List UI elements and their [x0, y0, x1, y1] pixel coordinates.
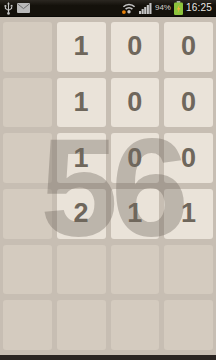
cell-value: 0 [127, 33, 142, 60]
wifi-icon [122, 2, 136, 14]
cell-r2c0[interactable] [3, 133, 52, 183]
cell-r1c1[interactable]: 1 [57, 78, 106, 128]
cell-r1c3[interactable]: 0 [164, 78, 213, 128]
cell-r5c3[interactable] [164, 300, 213, 350]
cell-r2c2[interactable]: 0 [111, 133, 160, 183]
bottom-bar [0, 355, 216, 360]
game-board: 1 0 0 1 0 0 1 0 0 2 1 1 56 [0, 17, 216, 355]
cell-r2c1[interactable]: 1 [57, 133, 106, 183]
cell-r0c3[interactable]: 0 [164, 22, 213, 72]
cell-value: 0 [181, 89, 196, 116]
usb-icon [4, 2, 13, 15]
cell-value: 0 [127, 145, 142, 172]
email-icon [17, 3, 30, 13]
cell-value: 0 [181, 33, 196, 60]
cell-value: 0 [181, 145, 196, 172]
cell-value: 1 [74, 145, 89, 172]
cell-r5c2[interactable] [111, 300, 160, 350]
cell-r4c0[interactable] [3, 245, 52, 295]
status-system-icons: 94% 16:25 [122, 1, 212, 15]
cell-r1c2[interactable]: 0 [111, 78, 160, 128]
cell-value: 1 [181, 200, 196, 227]
cell-r4c2[interactable] [111, 245, 160, 295]
status-notification-icons [4, 2, 30, 15]
signal-strength-icon [139, 2, 152, 14]
battery-charging-icon [174, 1, 183, 15]
cell-r2c3[interactable]: 0 [164, 133, 213, 183]
clock: 16:25 [186, 3, 212, 13]
phone-screen: 94% 16:25 1 0 0 1 0 0 1 0 0 2 1 1 [0, 0, 216, 360]
cell-r3c0[interactable] [3, 189, 52, 239]
cell-r0c1[interactable]: 1 [57, 22, 106, 72]
cell-value: 2 [74, 200, 89, 227]
battery-percent: 94% [155, 4, 171, 12]
cell-r5c1[interactable] [57, 300, 106, 350]
cell-r1c0[interactable] [3, 78, 52, 128]
cell-r3c2[interactable]: 1 [111, 189, 160, 239]
cell-r4c1[interactable] [57, 245, 106, 295]
cell-value: 1 [127, 200, 142, 227]
cell-value: 1 [74, 89, 89, 116]
cell-r3c1[interactable]: 2 [57, 189, 106, 239]
cell-r0c2[interactable]: 0 [111, 22, 160, 72]
cell-r4c3[interactable] [164, 245, 213, 295]
cell-value: 0 [127, 89, 142, 116]
status-bar[interactable]: 94% 16:25 [0, 0, 216, 17]
cell-r0c0[interactable] [3, 22, 52, 72]
cell-value: 1 [74, 33, 89, 60]
cell-r3c3[interactable]: 1 [164, 189, 213, 239]
cell-r5c0[interactable] [3, 300, 52, 350]
